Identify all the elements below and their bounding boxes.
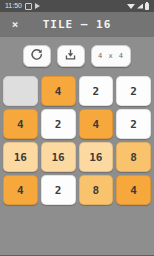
usb-debug-icon <box>35 3 40 9</box>
tile-4: 4 <box>3 175 38 205</box>
wifi-icon <box>127 4 135 9</box>
status-bar: 11:50 <box>0 0 154 12</box>
tile-4: 4 <box>41 76 76 106</box>
tile-4: 4 <box>116 175 151 205</box>
status-bar-left: 11:50 <box>5 0 40 12</box>
tile-2: 2 <box>79 76 114 106</box>
screenshot-icon <box>25 3 32 10</box>
tile-16: 16 <box>41 142 76 172</box>
board[interactable]: 422424216161684284 <box>3 76 151 205</box>
tile-8: 8 <box>79 175 114 205</box>
board-size-label: 4 x 4 <box>98 52 124 60</box>
tile-4: 4 <box>79 109 114 139</box>
tile-2: 2 <box>41 109 76 139</box>
signal-icon <box>137 4 143 9</box>
toolbar: 4 x 4 <box>0 45 154 67</box>
battery-icon <box>145 3 149 10</box>
status-bar-right <box>127 3 149 10</box>
refresh-icon <box>30 47 43 65</box>
page-title: TILE – 16 <box>0 12 154 37</box>
app-screen: 11:50 × TILE – 16 <box>0 0 154 256</box>
download-icon <box>64 47 77 65</box>
clock: 11:50 <box>5 0 22 12</box>
app-bar: × TILE – 16 <box>0 12 154 37</box>
tile-16: 16 <box>3 142 38 172</box>
board-size-button[interactable]: 4 x 4 <box>91 45 131 67</box>
restart-button[interactable] <box>23 45 51 67</box>
tile-2: 2 <box>41 175 76 205</box>
tile-2: 2 <box>116 109 151 139</box>
tile-2: 2 <box>116 76 151 106</box>
tile-4: 4 <box>3 109 38 139</box>
tile-8: 8 <box>116 142 151 172</box>
save-button[interactable] <box>57 45 85 67</box>
tile-16: 16 <box>79 142 114 172</box>
empty-cell <box>3 76 38 106</box>
